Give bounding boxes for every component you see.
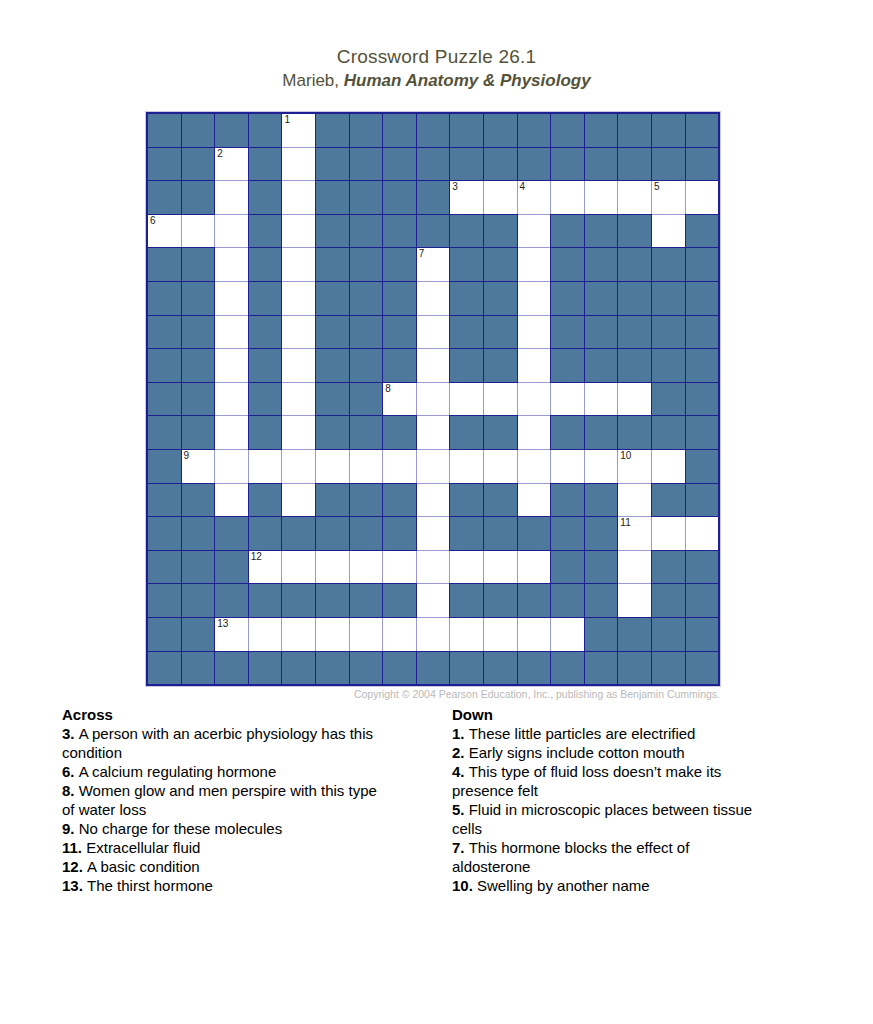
white-cell[interactable] <box>350 450 383 483</box>
white-cell[interactable] <box>215 215 248 248</box>
blocked-cell <box>182 551 215 584</box>
blocked-cell <box>652 349 685 382</box>
white-cell[interactable] <box>652 450 685 483</box>
clue-item: 7. This hormone blocks the effect of ald… <box>452 838 824 876</box>
blocked-cell <box>249 114 282 147</box>
white-cell[interactable] <box>282 484 315 517</box>
blocked-cell <box>350 282 383 315</box>
down-clues: 1. These little particles are electrifie… <box>452 724 842 895</box>
blocked-cell <box>182 416 215 449</box>
blocked-cell <box>585 282 618 315</box>
blocked-cell <box>383 349 416 382</box>
blocked-cell <box>484 349 517 382</box>
white-cell[interactable] <box>215 450 248 483</box>
white-cell[interactable] <box>518 484 551 517</box>
blocked-cell <box>316 584 349 617</box>
blocked-cell <box>686 383 719 416</box>
white-cell[interactable] <box>316 450 349 483</box>
blocked-cell <box>652 484 685 517</box>
blocked-cell <box>417 652 450 685</box>
white-cell[interactable] <box>585 181 618 214</box>
white-cell[interactable] <box>518 416 551 449</box>
blocked-cell <box>618 349 651 382</box>
blocked-cell <box>551 316 584 349</box>
white-cell[interactable] <box>383 551 416 584</box>
blocked-cell <box>249 316 282 349</box>
white-cell[interactable] <box>551 383 584 416</box>
blocked-cell <box>383 282 416 315</box>
blocked-cell <box>618 114 651 147</box>
blocked-cell <box>417 114 450 147</box>
blocked-cell <box>383 484 416 517</box>
blocked-cell <box>551 349 584 382</box>
blocked-cell <box>148 484 181 517</box>
blocked-cell <box>484 215 517 248</box>
white-cell[interactable] <box>518 215 551 248</box>
blocked-cell <box>551 215 584 248</box>
white-cell[interactable] <box>282 416 315 449</box>
blocked-cell <box>686 215 719 248</box>
blocked-cell <box>249 584 282 617</box>
blocked-cell <box>316 316 349 349</box>
blocked-cell <box>585 148 618 181</box>
white-cell[interactable] <box>282 618 315 651</box>
white-cell[interactable] <box>417 517 450 550</box>
white-cell[interactable] <box>450 551 483 584</box>
blocked-cell <box>585 248 618 281</box>
clue-number: 2 <box>217 148 223 160</box>
white-cell[interactable] <box>249 450 282 483</box>
blocked-cell <box>182 316 215 349</box>
blocked-cell <box>417 215 450 248</box>
blocked-cell <box>618 416 651 449</box>
clue-item: 10. Swelling by another name <box>452 876 824 895</box>
blocked-cell <box>249 215 282 248</box>
white-cell[interactable] <box>350 551 383 584</box>
blocked-cell <box>551 652 584 685</box>
blocked-cell <box>652 248 685 281</box>
white-cell[interactable] <box>215 416 248 449</box>
white-cell[interactable]: 4 <box>518 181 551 214</box>
blocked-cell <box>316 383 349 416</box>
across-section: Across 3. A person with an acerbic physi… <box>62 705 452 895</box>
white-cell[interactable] <box>450 618 483 651</box>
blocked-cell <box>316 114 349 147</box>
blocked-cell <box>686 484 719 517</box>
blocked-cell <box>148 618 181 651</box>
blocked-cell <box>182 517 215 550</box>
book-title: Human Anatomy & Physiology <box>344 71 591 90</box>
white-cell[interactable] <box>282 248 315 281</box>
blocked-cell <box>383 517 416 550</box>
white-cell[interactable] <box>215 282 248 315</box>
white-cell[interactable] <box>484 383 517 416</box>
blocked-cell <box>316 181 349 214</box>
blocked-cell <box>417 181 450 214</box>
blocked-cell <box>686 584 719 617</box>
white-cell[interactable]: 13 <box>215 618 248 651</box>
white-cell[interactable] <box>417 282 450 315</box>
white-cell[interactable]: 1 <box>282 114 315 147</box>
blocked-cell <box>518 517 551 550</box>
blocked-cell <box>585 316 618 349</box>
clue-number: 12 <box>251 551 262 563</box>
white-cell[interactable] <box>417 484 450 517</box>
clue-number: 10 <box>620 450 631 462</box>
white-cell[interactable] <box>417 416 450 449</box>
white-cell[interactable] <box>215 484 248 517</box>
clue-number: 7 <box>419 248 425 260</box>
white-cell[interactable] <box>518 248 551 281</box>
white-cell[interactable] <box>417 450 450 483</box>
blocked-cell <box>182 349 215 382</box>
blocked-cell <box>148 248 181 281</box>
blocked-cell <box>450 652 483 685</box>
blocked-cell <box>450 248 483 281</box>
blocked-cell <box>551 148 584 181</box>
white-cell[interactable] <box>282 181 315 214</box>
white-cell[interactable] <box>484 618 517 651</box>
blocked-cell <box>484 652 517 685</box>
clue-section: Across 3. A person with an acerbic physi… <box>0 705 873 895</box>
white-cell[interactable] <box>518 282 551 315</box>
blocked-cell <box>450 349 483 382</box>
blocked-cell <box>350 349 383 382</box>
blocked-cell <box>383 114 416 147</box>
blocked-cell <box>585 349 618 382</box>
blocked-cell <box>182 484 215 517</box>
white-cell[interactable] <box>282 316 315 349</box>
blocked-cell <box>551 114 584 147</box>
blocked-cell <box>686 114 719 147</box>
white-cell[interactable] <box>417 316 450 349</box>
blocked-cell <box>148 584 181 617</box>
blocked-cell <box>316 517 349 550</box>
blocked-cell <box>316 652 349 685</box>
page-subtitle: Marieb, Human Anatomy & Physiology <box>0 71 873 91</box>
blocked-cell <box>148 282 181 315</box>
white-cell[interactable] <box>585 383 618 416</box>
blocked-cell <box>585 484 618 517</box>
blocked-cell <box>316 215 349 248</box>
white-cell[interactable] <box>182 215 215 248</box>
blocked-cell <box>585 416 618 449</box>
blocked-cell <box>182 114 215 147</box>
blocked-cell <box>383 248 416 281</box>
blocked-cell <box>350 652 383 685</box>
white-cell[interactable] <box>282 551 315 584</box>
blocked-cell <box>215 114 248 147</box>
blocked-cell <box>585 584 618 617</box>
blocked-cell <box>249 484 282 517</box>
white-cell[interactable] <box>282 148 315 181</box>
blocked-cell <box>551 248 584 281</box>
white-cell[interactable]: 9 <box>182 450 215 483</box>
blocked-cell <box>249 248 282 281</box>
clue-number: 3 <box>452 181 458 193</box>
blocked-cell <box>618 282 651 315</box>
blocked-cell <box>383 148 416 181</box>
blocked-cell <box>350 484 383 517</box>
blocked-cell <box>249 148 282 181</box>
blocked-cell <box>450 484 483 517</box>
white-cell[interactable]: 2 <box>215 148 248 181</box>
blocked-cell <box>585 215 618 248</box>
across-heading: Across <box>62 705 452 724</box>
blocked-cell <box>215 652 248 685</box>
white-cell[interactable] <box>518 316 551 349</box>
white-cell[interactable] <box>518 383 551 416</box>
white-cell[interactable] <box>652 517 685 550</box>
blocked-cell <box>484 248 517 281</box>
white-cell[interactable]: 7 <box>417 248 450 281</box>
blocked-cell <box>484 282 517 315</box>
clue-number: 1 <box>284 114 290 126</box>
white-cell[interactable] <box>417 551 450 584</box>
white-cell[interactable] <box>686 517 719 550</box>
clue-item: 5. Fluid in microscopic places between t… <box>452 800 824 838</box>
blocked-cell <box>182 652 215 685</box>
blocked-cell <box>450 148 483 181</box>
blocked-cell <box>450 114 483 147</box>
blocked-cell <box>316 484 349 517</box>
blocked-cell <box>585 551 618 584</box>
blocked-cell <box>618 652 651 685</box>
white-cell[interactable] <box>215 383 248 416</box>
white-cell[interactable] <box>417 618 450 651</box>
blocked-cell <box>148 349 181 382</box>
white-cell[interactable] <box>417 383 450 416</box>
blocked-cell <box>383 584 416 617</box>
page-header: Crossword Puzzle 26.1 Marieb, Human Anat… <box>0 0 873 91</box>
blocked-cell <box>148 383 181 416</box>
blocked-cell <box>316 349 349 382</box>
blocked-cell <box>551 484 584 517</box>
blocked-cell <box>148 416 181 449</box>
blocked-cell <box>215 517 248 550</box>
blocked-cell <box>518 652 551 685</box>
white-cell[interactable] <box>551 181 584 214</box>
white-cell[interactable]: 5 <box>652 181 685 214</box>
clue-item: 1. These little particles are electrifie… <box>452 724 824 743</box>
white-cell[interactable] <box>484 181 517 214</box>
white-cell[interactable] <box>215 181 248 214</box>
blocked-cell <box>652 282 685 315</box>
white-cell[interactable] <box>686 181 719 214</box>
blocked-cell <box>686 282 719 315</box>
white-cell[interactable] <box>618 584 651 617</box>
white-cell[interactable]: 6 <box>148 215 181 248</box>
blocked-cell <box>383 316 416 349</box>
blocked-cell <box>350 416 383 449</box>
blocked-cell <box>383 652 416 685</box>
down-heading: Down <box>452 705 842 724</box>
blocked-cell <box>148 450 181 483</box>
blocked-cell <box>652 584 685 617</box>
white-cell[interactable] <box>450 383 483 416</box>
board-container: 12345678910111213 <box>146 112 720 686</box>
across-clues: 3. A person with an acerbic physiology h… <box>62 724 452 895</box>
blocked-cell <box>484 584 517 617</box>
white-cell[interactable] <box>417 349 450 382</box>
blocked-cell <box>148 517 181 550</box>
blocked-cell <box>282 517 315 550</box>
white-cell[interactable] <box>518 551 551 584</box>
blocked-cell <box>182 148 215 181</box>
white-cell[interactable] <box>383 450 416 483</box>
blocked-cell <box>148 652 181 685</box>
white-cell[interactable] <box>618 551 651 584</box>
clue-item: 3. A person with an acerbic physiology h… <box>62 724 434 762</box>
blocked-cell <box>686 450 719 483</box>
blocked-cell <box>450 416 483 449</box>
blocked-cell <box>249 349 282 382</box>
blocked-cell <box>686 316 719 349</box>
blocked-cell <box>686 349 719 382</box>
blocked-cell <box>215 584 248 617</box>
blocked-cell <box>350 248 383 281</box>
clue-number: 9 <box>184 450 190 462</box>
white-cell[interactable] <box>618 484 651 517</box>
white-cell[interactable]: 12 <box>249 551 282 584</box>
white-cell[interactable] <box>249 618 282 651</box>
blocked-cell <box>316 148 349 181</box>
white-cell[interactable] <box>518 349 551 382</box>
blocked-cell <box>450 282 483 315</box>
blocked-cell <box>484 416 517 449</box>
blocked-cell <box>652 148 685 181</box>
crossword-grid: 12345678910111213 <box>146 112 720 686</box>
blocked-cell <box>182 181 215 214</box>
white-cell[interactable] <box>518 450 551 483</box>
blocked-cell <box>686 248 719 281</box>
clue-number: 5 <box>654 181 660 193</box>
blocked-cell <box>585 618 618 651</box>
blocked-cell <box>450 517 483 550</box>
blocked-cell <box>686 618 719 651</box>
white-cell[interactable]: 8 <box>383 383 416 416</box>
blocked-cell <box>148 114 181 147</box>
clue-number: 8 <box>385 383 391 395</box>
blocked-cell <box>484 316 517 349</box>
white-cell[interactable] <box>215 316 248 349</box>
blocked-cell <box>350 517 383 550</box>
white-cell[interactable] <box>585 450 618 483</box>
blocked-cell <box>249 652 282 685</box>
blocked-cell <box>686 416 719 449</box>
white-cell[interactable]: 3 <box>450 181 483 214</box>
blocked-cell <box>249 282 282 315</box>
blocked-cell <box>618 618 651 651</box>
blocked-cell <box>585 114 618 147</box>
blocked-cell <box>282 584 315 617</box>
blocked-cell <box>182 618 215 651</box>
blocked-cell <box>450 215 483 248</box>
white-cell[interactable] <box>484 450 517 483</box>
white-cell[interactable] <box>618 383 651 416</box>
white-cell[interactable]: 11 <box>618 517 651 550</box>
blocked-cell <box>484 517 517 550</box>
white-cell[interactable] <box>282 383 315 416</box>
clue-number: 11 <box>620 517 630 529</box>
copyright-notice: Copyright © 2004 Pearson Education, Inc.… <box>146 688 720 700</box>
blocked-cell <box>618 248 651 281</box>
blocked-cell <box>618 316 651 349</box>
author-name: Marieb, <box>282 71 343 90</box>
clue-item: 4. This type of fluid loss doesn’t make … <box>452 762 824 800</box>
white-cell[interactable] <box>652 215 685 248</box>
white-cell[interactable]: 10 <box>618 450 651 483</box>
blocked-cell <box>350 215 383 248</box>
blocked-cell <box>652 551 685 584</box>
blocked-cell <box>551 551 584 584</box>
white-cell[interactable] <box>282 450 315 483</box>
blocked-cell <box>652 416 685 449</box>
white-cell[interactable] <box>551 618 584 651</box>
blocked-cell <box>316 416 349 449</box>
blocked-cell <box>686 148 719 181</box>
blocked-cell <box>148 148 181 181</box>
blocked-cell <box>350 181 383 214</box>
blocked-cell <box>585 517 618 550</box>
blocked-cell <box>652 383 685 416</box>
blocked-cell <box>450 316 483 349</box>
white-cell[interactable] <box>282 282 315 315</box>
blocked-cell <box>585 652 618 685</box>
blocked-cell <box>350 584 383 617</box>
blocked-cell <box>484 484 517 517</box>
white-cell[interactable] <box>316 618 349 651</box>
blocked-cell <box>518 114 551 147</box>
white-cell[interactable] <box>215 349 248 382</box>
blocked-cell <box>618 148 651 181</box>
white-cell[interactable] <box>450 450 483 483</box>
white-cell[interactable] <box>618 181 651 214</box>
clue-number: 4 <box>520 181 526 193</box>
white-cell[interactable] <box>551 450 584 483</box>
white-cell[interactable] <box>316 551 349 584</box>
white-cell[interactable] <box>518 618 551 651</box>
white-cell[interactable] <box>383 618 416 651</box>
blocked-cell <box>182 248 215 281</box>
clue-item: 8. Women glow and men perspire with this… <box>62 781 434 819</box>
blocked-cell <box>249 181 282 214</box>
blocked-cell <box>383 416 416 449</box>
white-cell[interactable] <box>417 584 450 617</box>
clue-item: 6. A calcium regulating hormone <box>62 762 434 781</box>
clue-number: 13 <box>217 618 228 630</box>
blocked-cell <box>652 618 685 651</box>
white-cell[interactable] <box>350 618 383 651</box>
blocked-cell <box>316 282 349 315</box>
clue-number: 6 <box>150 215 156 227</box>
clue-item: 12. A basic condition <box>62 857 434 876</box>
blocked-cell <box>652 316 685 349</box>
white-cell[interactable] <box>282 349 315 382</box>
blocked-cell <box>350 383 383 416</box>
blocked-cell <box>350 114 383 147</box>
clue-item: 11. Extracellular fluid <box>62 838 434 857</box>
blocked-cell <box>350 316 383 349</box>
white-cell[interactable] <box>215 248 248 281</box>
blocked-cell <box>215 551 248 584</box>
blocked-cell <box>182 584 215 617</box>
white-cell[interactable] <box>282 215 315 248</box>
blocked-cell <box>652 652 685 685</box>
blocked-cell <box>686 652 719 685</box>
white-cell[interactable] <box>484 551 517 584</box>
blocked-cell <box>450 584 483 617</box>
